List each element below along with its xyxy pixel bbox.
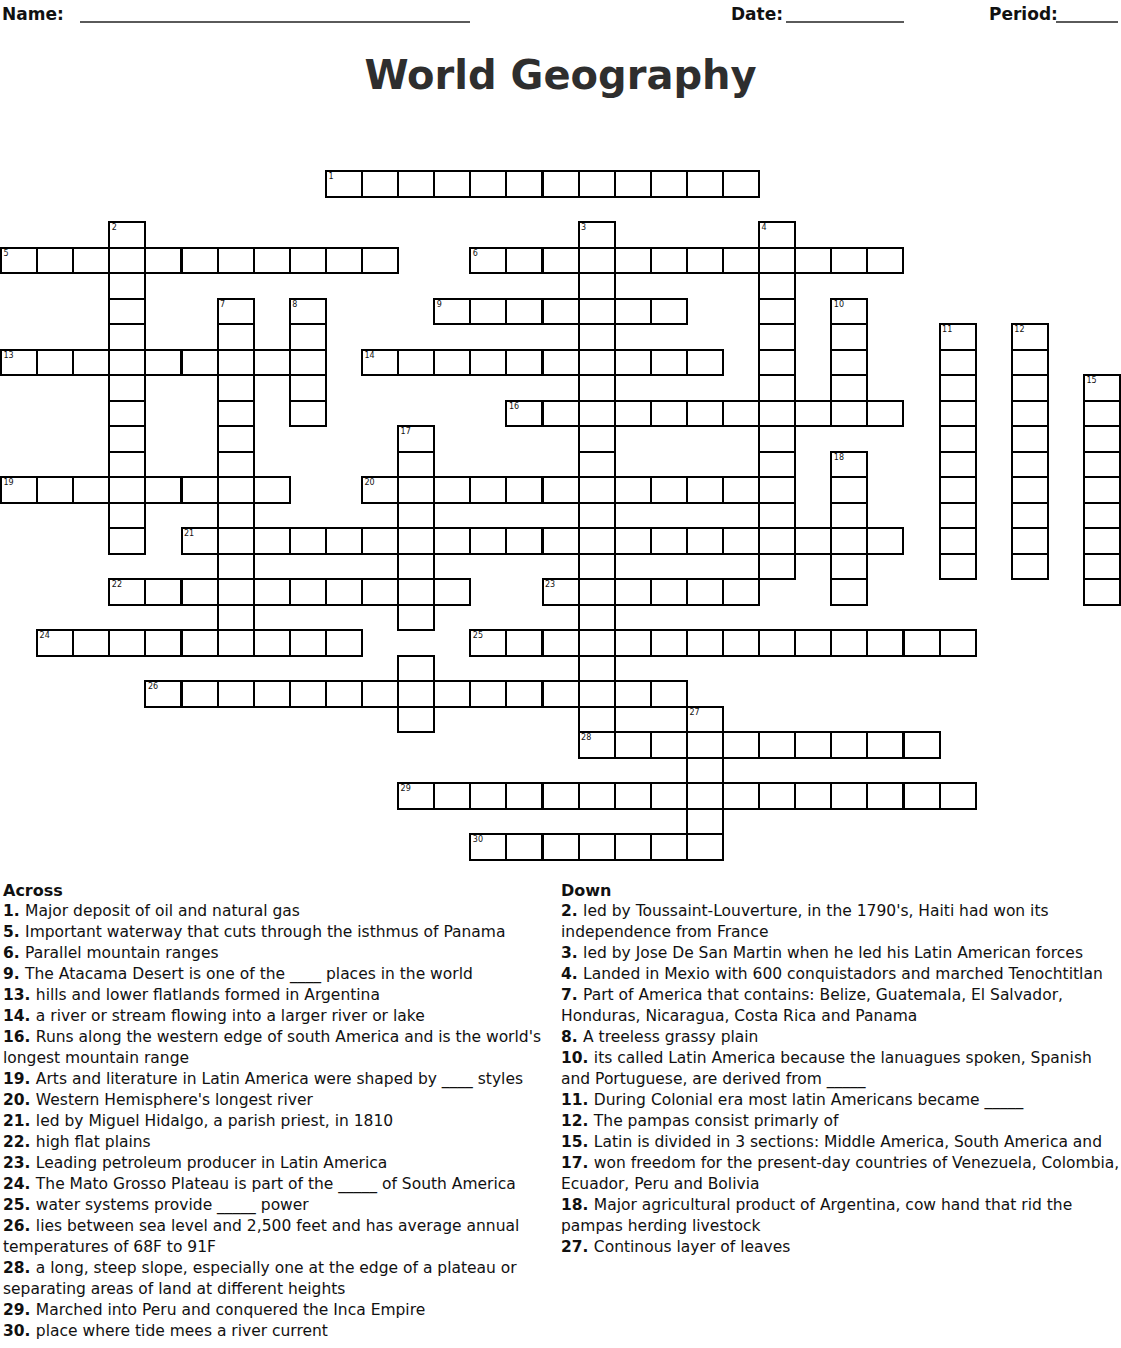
- cell-r26c17[interactable]: [614, 833, 652, 861]
- date-blank[interactable]: [786, 6, 904, 23]
- clue-number-20: 20: [365, 479, 375, 487]
- cell-r14c6[interactable]: [217, 527, 255, 555]
- cell-r20c18[interactable]: [650, 680, 688, 708]
- cell-r9c16[interactable]: [578, 400, 616, 428]
- cell-r15c23[interactable]: [830, 553, 868, 581]
- cell-r12c28[interactable]: [1011, 476, 1049, 504]
- cell-r20c13[interactable]: [469, 680, 507, 708]
- cell-r26c15[interactable]: [542, 833, 580, 861]
- cell-r12c12[interactable]: [433, 476, 471, 504]
- cell-r12c4[interactable]: [144, 476, 182, 504]
- clue-number-1: 1: [328, 173, 333, 181]
- cell-r10c3[interactable]: [108, 425, 146, 453]
- across-clue-list: 1. Major deposit of oil and natural gas5…: [3, 901, 559, 1342]
- cell-r9c26[interactable]: [939, 400, 977, 428]
- cell-r6c8[interactable]: [289, 323, 327, 351]
- cell-r21c11[interactable]: [397, 706, 435, 734]
- cell-r18c4[interactable]: [144, 629, 182, 657]
- page-title: World Geography: [0, 52, 1121, 98]
- cell-r12c17[interactable]: [614, 476, 652, 504]
- cell-r22c19[interactable]: [686, 731, 724, 759]
- cell-r13c30[interactable]: [1083, 502, 1121, 530]
- cell-r16c18[interactable]: [650, 578, 688, 606]
- clue-number-12: 12: [1014, 326, 1024, 334]
- cell-r12c19[interactable]: [686, 476, 724, 504]
- cell-r7c7[interactable]: [253, 349, 291, 377]
- cell-r6c23[interactable]: [830, 323, 868, 351]
- cell-r14c30[interactable]: [1083, 527, 1121, 555]
- cell-r12c3[interactable]: [108, 476, 146, 504]
- across-clue-22: 22. high flat plains: [3, 1132, 559, 1153]
- cell-r8c3[interactable]: [108, 374, 146, 402]
- cell-r7c1[interactable]: [36, 349, 74, 377]
- cell-r15c6[interactable]: [217, 553, 255, 581]
- cell-r7c12[interactable]: [433, 349, 471, 377]
- cell-r18c2[interactable]: [72, 629, 110, 657]
- cell-r7c15[interactable]: [542, 349, 580, 377]
- cell-r3c19[interactable]: [686, 247, 724, 275]
- cell-r11c26[interactable]: [939, 451, 977, 479]
- cell-r22c18[interactable]: [650, 731, 688, 759]
- cell-r4c21[interactable]: [758, 272, 796, 300]
- cell-r16c12[interactable]: [433, 578, 471, 606]
- cell-r8c21[interactable]: [758, 374, 796, 402]
- cell-r3c5[interactable]: [181, 247, 219, 275]
- cell-r24c25[interactable]: [903, 782, 941, 810]
- cell-r12c30[interactable]: [1083, 476, 1121, 504]
- cell-r3c20[interactable]: [722, 247, 760, 275]
- cell-r3c7[interactable]: [253, 247, 291, 275]
- cell-r8c28[interactable]: [1011, 374, 1049, 402]
- cell-r24c16[interactable]: [578, 782, 616, 810]
- across-clue-16: 16. Runs along the western edge of south…: [3, 1027, 559, 1069]
- cell-r20c8[interactable]: [289, 680, 327, 708]
- cell-r10c6[interactable]: [217, 425, 255, 453]
- cell-r5c14[interactable]: [505, 298, 543, 326]
- cell-r18c5[interactable]: [181, 629, 219, 657]
- down-clue-15: 15. Latin is divided in 3 sections: Midd…: [561, 1132, 1120, 1153]
- cell-r24c24[interactable]: [866, 782, 904, 810]
- cell-r15c21[interactable]: [758, 553, 796, 581]
- clue-number-30: 30: [473, 836, 483, 844]
- cell-r21c16[interactable]: [578, 706, 616, 734]
- cell-r22c25[interactable]: [903, 731, 941, 759]
- cell-r14c28[interactable]: [1011, 527, 1049, 555]
- cell-r16c30[interactable]: [1083, 578, 1121, 606]
- cell-r3c17[interactable]: [614, 247, 652, 275]
- cell-r20c17[interactable]: [614, 680, 652, 708]
- cell-r7c18[interactable]: [650, 349, 688, 377]
- cell-r14c15[interactable]: [542, 527, 580, 555]
- cell-r10c28[interactable]: [1011, 425, 1049, 453]
- cell-r0c13[interactable]: [469, 170, 507, 198]
- cell-r18c3[interactable]: [108, 629, 146, 657]
- across-clue-26: 26. lies between sea level and 2,500 fee…: [3, 1216, 559, 1258]
- cell-r9c6[interactable]: [217, 400, 255, 428]
- cell-r22c20[interactable]: [722, 731, 760, 759]
- cell-r26c14[interactable]: [505, 833, 543, 861]
- cell-r24c19[interactable]: [686, 782, 724, 810]
- cell-r14c26[interactable]: [939, 527, 977, 555]
- cell-r14c10[interactable]: [361, 527, 399, 555]
- cell-r3c15[interactable]: [542, 247, 580, 275]
- cell-r18c6[interactable]: [217, 629, 255, 657]
- cell-r14c20[interactable]: [722, 527, 760, 555]
- cell-r14c24[interactable]: [866, 527, 904, 555]
- cell-r14c19[interactable]: [686, 527, 724, 555]
- cell-r7c21[interactable]: [758, 349, 796, 377]
- cell-r18c20[interactable]: [722, 629, 760, 657]
- cell-r13c6[interactable]: [217, 502, 255, 530]
- cell-r14c13[interactable]: [469, 527, 507, 555]
- clue-number-26: 26: [148, 683, 158, 691]
- cell-r7c14[interactable]: [505, 349, 543, 377]
- cell-r6c21[interactable]: [758, 323, 796, 351]
- cell-r24c15[interactable]: [542, 782, 580, 810]
- cell-r12c1[interactable]: [36, 476, 74, 504]
- cell-r7c28[interactable]: [1011, 349, 1049, 377]
- cell-r18c19[interactable]: [686, 629, 724, 657]
- cell-r24c22[interactable]: [794, 782, 832, 810]
- cell-r20c16[interactable]: [578, 680, 616, 708]
- cell-r13c11[interactable]: [397, 502, 435, 530]
- cell-r7c17[interactable]: [614, 349, 652, 377]
- cell-r24c26[interactable]: [939, 782, 977, 810]
- down-clues: Down 2. led by Toussaint-Louverture, in …: [561, 880, 1120, 1258]
- cell-r0c15[interactable]: [542, 170, 580, 198]
- cell-r16c4[interactable]: [144, 578, 182, 606]
- cell-r9c3[interactable]: [108, 400, 146, 428]
- cell-r13c3[interactable]: [108, 502, 146, 530]
- cell-r16c11[interactable]: [397, 578, 435, 606]
- cell-r22c17[interactable]: [614, 731, 652, 759]
- cell-r4c3[interactable]: [108, 272, 146, 300]
- cell-r14c18[interactable]: [650, 527, 688, 555]
- across-clue-6: 6. Parallel mountain ranges: [3, 943, 559, 964]
- cell-r16c7[interactable]: [253, 578, 291, 606]
- cell-r14c12[interactable]: [433, 527, 471, 555]
- across-heading: Across: [3, 880, 559, 901]
- cell-r12c21[interactable]: [758, 476, 796, 504]
- cell-r18c9[interactable]: [325, 629, 363, 657]
- cell-r19c16[interactable]: [578, 655, 616, 683]
- cell-r3c4[interactable]: [144, 247, 182, 275]
- cell-r20c10[interactable]: [361, 680, 399, 708]
- cell-r20c9[interactable]: [325, 680, 363, 708]
- down-clue-10: 10. its called Latin America because the…: [561, 1048, 1120, 1090]
- cell-r3c23[interactable]: [830, 247, 868, 275]
- date-label: Date:: [731, 4, 783, 24]
- cell-r3c1[interactable]: [36, 247, 74, 275]
- cell-r17c6[interactable]: [217, 604, 255, 632]
- cell-r10c26[interactable]: [939, 425, 977, 453]
- cell-r16c10[interactable]: [361, 578, 399, 606]
- cell-r11c30[interactable]: [1083, 451, 1121, 479]
- cell-r16c8[interactable]: [289, 578, 327, 606]
- cell-r15c11[interactable]: [397, 553, 435, 581]
- cell-r12c11[interactable]: [397, 476, 435, 504]
- cell-r12c16[interactable]: [578, 476, 616, 504]
- cell-r13c16[interactable]: [578, 502, 616, 530]
- cell-r18c7[interactable]: [253, 629, 291, 657]
- cell-r14c9[interactable]: [325, 527, 363, 555]
- across-clue-23: 23. Leading petroleum producer in Latin …: [3, 1153, 559, 1174]
- cell-r12c7[interactable]: [253, 476, 291, 504]
- cell-r3c14[interactable]: [505, 247, 543, 275]
- cell-r10c30[interactable]: [1083, 425, 1121, 453]
- cell-r9c20[interactable]: [722, 400, 760, 428]
- cell-r18c26[interactable]: [939, 629, 977, 657]
- cell-r0c19[interactable]: [686, 170, 724, 198]
- cell-r22c24[interactable]: [866, 731, 904, 759]
- cell-r7c11[interactable]: [397, 349, 435, 377]
- down-clue-17: 17. won freedom for the present-day coun…: [561, 1153, 1120, 1195]
- cell-r16c6[interactable]: [217, 578, 255, 606]
- cell-r16c23[interactable]: [830, 578, 868, 606]
- period-label: Period:: [989, 4, 1058, 24]
- cell-r0c20[interactable]: [722, 170, 760, 198]
- cell-r15c30[interactable]: [1083, 553, 1121, 581]
- cell-r16c17[interactable]: [614, 578, 652, 606]
- cell-r16c9[interactable]: [325, 578, 363, 606]
- clue-number-5: 5: [4, 250, 9, 258]
- cell-r20c14[interactable]: [505, 680, 543, 708]
- down-clue-2: 2. led by Toussaint-Louverture, in the 1…: [561, 901, 1120, 943]
- cell-r20c15[interactable]: [542, 680, 580, 708]
- cell-r3c22[interactable]: [794, 247, 832, 275]
- cell-r6c16[interactable]: [578, 323, 616, 351]
- cell-r18c22[interactable]: [794, 629, 832, 657]
- cell-r0c10[interactable]: [361, 170, 399, 198]
- cell-r18c17[interactable]: [614, 629, 652, 657]
- cell-r16c19[interactable]: [686, 578, 724, 606]
- cell-r19c11[interactable]: [397, 655, 435, 683]
- cell-r5c13[interactable]: [469, 298, 507, 326]
- cell-r6c6[interactable]: [217, 323, 255, 351]
- cell-r11c6[interactable]: [217, 451, 255, 479]
- cell-r15c16[interactable]: [578, 553, 616, 581]
- cell-r5c18[interactable]: [650, 298, 688, 326]
- cell-r0c12[interactable]: [433, 170, 471, 198]
- cell-r13c21[interactable]: [758, 502, 796, 530]
- cell-r8c16[interactable]: [578, 374, 616, 402]
- cell-r12c15[interactable]: [542, 476, 580, 504]
- cell-r25c19[interactable]: [686, 808, 724, 836]
- cell-r8c23[interactable]: [830, 374, 868, 402]
- across-clue-1: 1. Major deposit of oil and natural gas: [3, 901, 559, 922]
- cell-r22c23[interactable]: [830, 731, 868, 759]
- cell-r12c5[interactable]: [181, 476, 219, 504]
- cell-r12c6[interactable]: [217, 476, 255, 504]
- cell-r24c23[interactable]: [830, 782, 868, 810]
- cell-r14c11[interactable]: [397, 527, 435, 555]
- cell-r7c5[interactable]: [181, 349, 219, 377]
- cell-r7c13[interactable]: [469, 349, 507, 377]
- cell-r3c2[interactable]: [72, 247, 110, 275]
- cell-r5c3[interactable]: [108, 298, 146, 326]
- cell-r7c23[interactable]: [830, 349, 868, 377]
- cell-r9c22[interactable]: [794, 400, 832, 428]
- cell-r11c11[interactable]: [397, 451, 435, 479]
- cell-r9c24[interactable]: [866, 400, 904, 428]
- cell-r13c28[interactable]: [1011, 502, 1049, 530]
- cell-r22c21[interactable]: [758, 731, 796, 759]
- cell-r14c3[interactable]: [108, 527, 146, 555]
- cell-r3c10[interactable]: [361, 247, 399, 275]
- cell-r3c16[interactable]: [578, 247, 616, 275]
- cell-r18c18[interactable]: [650, 629, 688, 657]
- cell-r3c6[interactable]: [217, 247, 255, 275]
- cell-r7c8[interactable]: [289, 349, 327, 377]
- cell-r11c21[interactable]: [758, 451, 796, 479]
- cell-r17c16[interactable]: [578, 604, 616, 632]
- cell-r5c16[interactable]: [578, 298, 616, 326]
- cell-r20c6[interactable]: [217, 680, 255, 708]
- name-blank[interactable]: [80, 6, 470, 23]
- cell-r18c21[interactable]: [758, 629, 796, 657]
- cell-r22c22[interactable]: [794, 731, 832, 759]
- cell-r7c3[interactable]: [108, 349, 146, 377]
- cell-r0c16[interactable]: [578, 170, 616, 198]
- across-clue-25: 25. water systems provide _____ power: [3, 1195, 559, 1216]
- period-blank[interactable]: [1056, 6, 1118, 23]
- cell-r18c15[interactable]: [542, 629, 580, 657]
- cell-r12c2[interactable]: [72, 476, 110, 504]
- cell-r15c28[interactable]: [1011, 553, 1049, 581]
- cell-r13c23[interactable]: [830, 502, 868, 530]
- cell-r5c21[interactable]: [758, 298, 796, 326]
- clue-number-15: 15: [1087, 377, 1097, 385]
- cell-r26c16[interactable]: [578, 833, 616, 861]
- cell-r9c17[interactable]: [614, 400, 652, 428]
- cell-r0c18[interactable]: [650, 170, 688, 198]
- cell-r10c21[interactable]: [758, 425, 796, 453]
- cell-r24c14[interactable]: [505, 782, 543, 810]
- cell-r18c16[interactable]: [578, 629, 616, 657]
- cell-r3c3[interactable]: [108, 247, 146, 275]
- cell-r3c21[interactable]: [758, 247, 796, 275]
- cell-r3c24[interactable]: [866, 247, 904, 275]
- cell-r18c14[interactable]: [505, 629, 543, 657]
- cell-r10c16[interactable]: [578, 425, 616, 453]
- cell-r0c17[interactable]: [614, 170, 652, 198]
- across-clue-14: 14. a river or stream flowing into a lar…: [3, 1006, 559, 1027]
- cell-r14c22[interactable]: [794, 527, 832, 555]
- down-clue-11: 11. During Colonial era most latin Ameri…: [561, 1090, 1120, 1111]
- crossword-grid: 1234567891011121314151617181920212223242…: [0, 170, 1121, 862]
- cell-r14c21[interactable]: [758, 527, 796, 555]
- clue-number-2: 2: [112, 224, 117, 232]
- cell-r9c15[interactable]: [542, 400, 580, 428]
- cell-r9c23[interactable]: [830, 400, 868, 428]
- cell-r8c6[interactable]: [217, 374, 255, 402]
- cell-r7c4[interactable]: [144, 349, 182, 377]
- cell-r9c19[interactable]: [686, 400, 724, 428]
- cell-r20c11[interactable]: [397, 680, 435, 708]
- cell-r20c12[interactable]: [433, 680, 471, 708]
- cell-r16c5[interactable]: [181, 578, 219, 606]
- cell-r9c30[interactable]: [1083, 400, 1121, 428]
- cell-r0c11[interactable]: [397, 170, 435, 198]
- cell-r24c13[interactable]: [469, 782, 507, 810]
- cell-r7c19[interactable]: [686, 349, 724, 377]
- cell-r7c6[interactable]: [217, 349, 255, 377]
- cell-r9c18[interactable]: [650, 400, 688, 428]
- cell-r24c20[interactable]: [722, 782, 760, 810]
- cell-r12c26[interactable]: [939, 476, 977, 504]
- cell-r14c7[interactable]: [253, 527, 291, 555]
- cell-r8c8[interactable]: [289, 374, 327, 402]
- across-clue-28: 28. a long, steep slope, especially one …: [3, 1258, 559, 1300]
- cell-r14c14[interactable]: [505, 527, 543, 555]
- cell-r12c20[interactable]: [722, 476, 760, 504]
- cell-r7c2[interactable]: [72, 349, 110, 377]
- cell-r20c5[interactable]: [181, 680, 219, 708]
- cell-r18c24[interactable]: [866, 629, 904, 657]
- cell-r12c14[interactable]: [505, 476, 543, 504]
- cell-r3c18[interactable]: [650, 247, 688, 275]
- down-clue-12: 12. The pampas consist primarly of: [561, 1111, 1120, 1132]
- cell-r16c16[interactable]: [578, 578, 616, 606]
- cell-r3c8[interactable]: [289, 247, 327, 275]
- cell-r4c16[interactable]: [578, 272, 616, 300]
- cell-r26c18[interactable]: [650, 833, 688, 861]
- down-clue-7: 7. Part of America that contains: Belize…: [561, 985, 1120, 1027]
- cell-r18c8[interactable]: [289, 629, 327, 657]
- cell-r5c17[interactable]: [614, 298, 652, 326]
- cell-r11c16[interactable]: [578, 451, 616, 479]
- cell-r7c26[interactable]: [939, 349, 977, 377]
- cell-r7c16[interactable]: [578, 349, 616, 377]
- cell-r9c28[interactable]: [1011, 400, 1049, 428]
- cell-r24c12[interactable]: [433, 782, 471, 810]
- clue-number-11: 11: [942, 326, 952, 334]
- cell-r3c9[interactable]: [325, 247, 363, 275]
- cell-r20c7[interactable]: [253, 680, 291, 708]
- cell-r0c14[interactable]: [505, 170, 543, 198]
- cell-r5c15[interactable]: [542, 298, 580, 326]
- cell-r12c23[interactable]: [830, 476, 868, 504]
- cell-r14c8[interactable]: [289, 527, 327, 555]
- cell-r12c18[interactable]: [650, 476, 688, 504]
- cell-r11c28[interactable]: [1011, 451, 1049, 479]
- cell-r17c11[interactable]: [397, 604, 435, 632]
- cell-r24c21[interactable]: [758, 782, 796, 810]
- cell-r9c21[interactable]: [758, 400, 796, 428]
- cell-r14c17[interactable]: [614, 527, 652, 555]
- cell-r14c23[interactable]: [830, 527, 868, 555]
- cell-r15c26[interactable]: [939, 553, 977, 581]
- cell-r24c18[interactable]: [650, 782, 688, 810]
- cell-r16c20[interactable]: [722, 578, 760, 606]
- cell-r8c26[interactable]: [939, 374, 977, 402]
- cell-r11c3[interactable]: [108, 451, 146, 479]
- cell-r26c19[interactable]: [686, 833, 724, 861]
- clue-number-9: 9: [437, 301, 442, 309]
- cell-r18c23[interactable]: [830, 629, 868, 657]
- cell-r23c19[interactable]: [686, 757, 724, 785]
- cell-r9c8[interactable]: [289, 400, 327, 428]
- clue-number-7: 7: [220, 301, 225, 309]
- cell-r14c16[interactable]: [578, 527, 616, 555]
- cell-r18c25[interactable]: [903, 629, 941, 657]
- cell-r6c3[interactable]: [108, 323, 146, 351]
- down-clue-27: 27. Continous layer of leaves: [561, 1237, 1120, 1258]
- down-clue-3: 3. led by Jose De San Martin when he led…: [561, 943, 1120, 964]
- cell-r12c13[interactable]: [469, 476, 507, 504]
- cell-r24c17[interactable]: [614, 782, 652, 810]
- cell-r13c26[interactable]: [939, 502, 977, 530]
